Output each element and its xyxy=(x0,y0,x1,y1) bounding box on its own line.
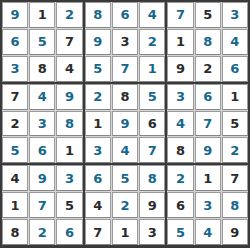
cell-r5c2[interactable]: 3 xyxy=(29,111,55,137)
cell-r8c3[interactable]: 5 xyxy=(56,192,82,218)
cell-r4c5[interactable]: 8 xyxy=(112,84,138,110)
cell-r7c1[interactable]: 4 xyxy=(2,165,28,191)
cell-r3c4[interactable]: 5 xyxy=(85,56,111,82)
cell-r8c4[interactable]: 4 xyxy=(85,192,111,218)
cell-r5c8[interactable]: 7 xyxy=(195,111,221,137)
cell-r5c1[interactable]: 2 xyxy=(2,111,28,137)
cell-r6c3[interactable]: 1 xyxy=(56,137,82,163)
cell-r2c6[interactable]: 2 xyxy=(139,29,165,55)
sudoku-box-02: 753184926 xyxy=(167,2,248,82)
cell-r8c7[interactable]: 6 xyxy=(167,192,193,218)
cell-r1c6[interactable]: 4 xyxy=(139,2,165,28)
cell-r1c5[interactable]: 6 xyxy=(112,2,138,28)
cell-r2c7[interactable]: 1 xyxy=(167,29,193,55)
cell-r7c9[interactable]: 7 xyxy=(222,165,248,191)
cell-r9c3[interactable]: 6 xyxy=(56,219,82,245)
cell-r6c6[interactable]: 7 xyxy=(139,137,165,163)
cell-r9c2[interactable]: 2 xyxy=(29,219,55,245)
cell-r3c9[interactable]: 6 xyxy=(222,56,248,82)
cell-r5c7[interactable]: 4 xyxy=(167,111,193,137)
cell-r7c8[interactable]: 1 xyxy=(195,165,221,191)
cell-r2c4[interactable]: 9 xyxy=(85,29,111,55)
cell-r9c9[interactable]: 9 xyxy=(222,219,248,245)
cell-r9c1[interactable]: 8 xyxy=(2,219,28,245)
cell-r7c3[interactable]: 3 xyxy=(56,165,82,191)
cell-r4c1[interactable]: 7 xyxy=(2,84,28,110)
cell-r4c9[interactable]: 1 xyxy=(222,84,248,110)
cell-r2c8[interactable]: 8 xyxy=(195,29,221,55)
sudoku-box-00: 912657384 xyxy=(2,2,83,82)
cell-r8c6[interactable]: 9 xyxy=(139,192,165,218)
cell-r5c9[interactable]: 5 xyxy=(222,111,248,137)
cell-r3c2[interactable]: 8 xyxy=(29,56,55,82)
sudoku-board: 9126573848649325717531849267492385612851… xyxy=(0,0,250,248)
cell-r4c2[interactable]: 4 xyxy=(29,84,55,110)
cell-r8c9[interactable]: 8 xyxy=(222,192,248,218)
cell-r2c2[interactable]: 5 xyxy=(29,29,55,55)
cell-r3c6[interactable]: 1 xyxy=(139,56,165,82)
cell-r6c8[interactable]: 9 xyxy=(195,137,221,163)
cell-r8c1[interactable]: 1 xyxy=(2,192,28,218)
cell-r1c1[interactable]: 9 xyxy=(2,2,28,28)
cell-r6c2[interactable]: 6 xyxy=(29,137,55,163)
cell-r9c4[interactable]: 7 xyxy=(85,219,111,245)
cell-r7c4[interactable]: 6 xyxy=(85,165,111,191)
cell-r1c3[interactable]: 2 xyxy=(56,2,82,28)
cell-r8c5[interactable]: 2 xyxy=(112,192,138,218)
cell-r9c8[interactable]: 4 xyxy=(195,219,221,245)
cell-r1c2[interactable]: 1 xyxy=(29,2,55,28)
cell-r6c7[interactable]: 8 xyxy=(167,137,193,163)
sudoku-box-11: 285196347 xyxy=(85,84,166,164)
cell-r4c7[interactable]: 3 xyxy=(167,84,193,110)
cell-r1c4[interactable]: 8 xyxy=(85,2,111,28)
cell-r7c7[interactable]: 2 xyxy=(167,165,193,191)
cell-r1c8[interactable]: 5 xyxy=(195,2,221,28)
cell-r2c9[interactable]: 4 xyxy=(222,29,248,55)
cell-r5c6[interactable]: 6 xyxy=(139,111,165,137)
cell-r6c5[interactable]: 4 xyxy=(112,137,138,163)
cell-r9c5[interactable]: 1 xyxy=(112,219,138,245)
sudoku-box-12: 361475892 xyxy=(167,84,248,164)
cell-r2c3[interactable]: 7 xyxy=(56,29,82,55)
cell-r3c8[interactable]: 2 xyxy=(195,56,221,82)
cell-r5c5[interactable]: 9 xyxy=(112,111,138,137)
cell-r6c9[interactable]: 2 xyxy=(222,137,248,163)
cell-r4c8[interactable]: 6 xyxy=(195,84,221,110)
cell-r8c2[interactable]: 7 xyxy=(29,192,55,218)
cell-r7c6[interactable]: 8 xyxy=(139,165,165,191)
cell-r4c4[interactable]: 2 xyxy=(85,84,111,110)
cell-r7c2[interactable]: 9 xyxy=(29,165,55,191)
cell-r7c5[interactable]: 5 xyxy=(112,165,138,191)
cell-r1c9[interactable]: 3 xyxy=(222,2,248,28)
cell-r2c1[interactable]: 6 xyxy=(2,29,28,55)
sudoku-box-21: 658429713 xyxy=(85,165,166,245)
cell-r3c7[interactable]: 9 xyxy=(167,56,193,82)
cell-r4c6[interactable]: 5 xyxy=(139,84,165,110)
cell-r3c1[interactable]: 3 xyxy=(2,56,28,82)
sudoku-box-20: 493175826 xyxy=(2,165,83,245)
cell-r3c5[interactable]: 7 xyxy=(112,56,138,82)
cell-r6c1[interactable]: 5 xyxy=(2,137,28,163)
sudoku-box-01: 864932571 xyxy=(85,2,166,82)
cell-r6c4[interactable]: 3 xyxy=(85,137,111,163)
cell-r3c3[interactable]: 4 xyxy=(56,56,82,82)
cell-r9c6[interactable]: 3 xyxy=(139,219,165,245)
cell-r4c3[interactable]: 9 xyxy=(56,84,82,110)
cell-r9c7[interactable]: 5 xyxy=(167,219,193,245)
cell-r8c8[interactable]: 3 xyxy=(195,192,221,218)
cell-r1c7[interactable]: 7 xyxy=(167,2,193,28)
sudoku-box-10: 749238561 xyxy=(2,84,83,164)
cell-r2c5[interactable]: 3 xyxy=(112,29,138,55)
cell-r5c3[interactable]: 8 xyxy=(56,111,82,137)
cell-r5c4[interactable]: 1 xyxy=(85,111,111,137)
sudoku-box-22: 217638549 xyxy=(167,165,248,245)
